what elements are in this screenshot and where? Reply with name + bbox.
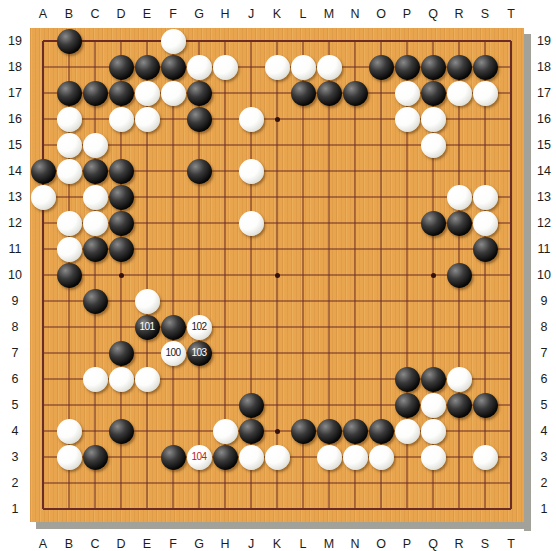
coordinate-bottom-H: H (214, 537, 236, 551)
stone-black-B10[interactable] (57, 263, 82, 288)
coordinate-right-19: 19 (533, 34, 555, 48)
stone-white-Q3[interactable] (421, 445, 446, 470)
coordinate-left-1: 1 (4, 502, 26, 516)
stone-white-A13[interactable] (31, 185, 56, 210)
coordinate-top-T: T (500, 7, 522, 21)
go-game-window: 101103102100104 AABBCCDDEEFFGGHHJJKKLLMM… (0, 0, 556, 551)
stone-white-L18[interactable] (291, 55, 316, 80)
stone-white-C12[interactable] (83, 211, 108, 236)
coordinate-bottom-L: L (292, 537, 314, 551)
stone-black-O4[interactable] (369, 419, 394, 444)
stone-black-F3[interactable] (161, 445, 186, 470)
stone-white-D16[interactable] (109, 107, 134, 132)
stone-white-E16[interactable] (135, 107, 160, 132)
stone-white-Q16[interactable] (421, 107, 446, 132)
stone-white-B3[interactable] (57, 445, 82, 470)
coordinate-left-11: 11 (4, 242, 26, 256)
stone-white-B15[interactable] (57, 133, 82, 158)
coordinate-bottom-M: M (318, 537, 340, 551)
stone-white-C6[interactable] (83, 367, 108, 392)
coordinate-right-7: 7 (533, 346, 555, 360)
stone-white-P17[interactable] (395, 81, 420, 106)
coordinate-left-16: 16 (4, 112, 26, 126)
stone-black-D4[interactable] (109, 419, 134, 444)
stone-white-J3[interactable] (239, 445, 264, 470)
stone-black-L4[interactable] (291, 419, 316, 444)
star-point (275, 117, 280, 122)
coordinate-top-D: D (110, 7, 132, 21)
stone-white-Q15[interactable] (421, 133, 446, 158)
coordinate-left-4: 4 (4, 424, 26, 438)
coordinate-right-5: 5 (533, 398, 555, 412)
stone-white-B16[interactable] (57, 107, 82, 132)
coordinate-right-2: 2 (533, 476, 555, 490)
stone-black-D17[interactable] (109, 81, 134, 106)
stone-white-E9[interactable] (135, 289, 160, 314)
stone-white-S13[interactable] (473, 185, 498, 210)
stone-black-D11[interactable] (109, 237, 134, 262)
coordinate-left-5: 5 (4, 398, 26, 412)
coordinate-top-G: G (188, 7, 210, 21)
stone-white-J16[interactable] (239, 107, 264, 132)
stone-black-S5[interactable] (473, 393, 498, 418)
stone-white-F7[interactable]: 100 (161, 341, 186, 366)
stone-white-Q4[interactable] (421, 419, 446, 444)
stone-white-O3[interactable] (369, 445, 394, 470)
coordinate-bottom-J: J (240, 537, 262, 551)
stone-black-N17[interactable] (343, 81, 368, 106)
stone-black-D12[interactable] (109, 211, 134, 236)
stone-white-Q5[interactable] (421, 393, 446, 418)
coordinate-bottom-A: A (32, 537, 54, 551)
coordinate-left-3: 3 (4, 450, 26, 464)
coordinate-left-9: 9 (4, 294, 26, 308)
coordinate-right-15: 15 (533, 138, 555, 152)
stone-black-O18[interactable] (369, 55, 394, 80)
coordinate-top-M: M (318, 7, 340, 21)
coordinate-bottom-G: G (188, 537, 210, 551)
stone-black-A14[interactable] (31, 159, 56, 184)
coordinate-right-16: 16 (533, 112, 555, 126)
coordinate-right-13: 13 (533, 190, 555, 204)
stone-black-J5[interactable] (239, 393, 264, 418)
stone-white-H4[interactable] (213, 419, 238, 444)
stone-black-J4[interactable] (239, 419, 264, 444)
stone-white-F19[interactable] (161, 29, 186, 54)
stone-black-S11[interactable] (473, 237, 498, 262)
coordinate-bottom-Q: Q (422, 537, 444, 551)
stone-white-P16[interactable] (395, 107, 420, 132)
stone-white-K18[interactable] (265, 55, 290, 80)
stone-white-B14[interactable] (57, 159, 82, 184)
move-number-label: 101 (139, 322, 154, 332)
stone-white-B12[interactable] (57, 211, 82, 236)
stone-white-C13[interactable] (83, 185, 108, 210)
coordinate-bottom-N: N (344, 537, 366, 551)
coordinate-top-O: O (370, 7, 392, 21)
coordinate-left-18: 18 (4, 60, 26, 74)
coordinate-right-1: 1 (533, 502, 555, 516)
stone-black-F18[interactable] (161, 55, 186, 80)
stone-black-P18[interactable] (395, 55, 420, 80)
stone-black-G7[interactable]: 103 (187, 341, 212, 366)
coordinate-left-15: 15 (4, 138, 26, 152)
coordinate-right-6: 6 (533, 372, 555, 386)
star-point (275, 273, 280, 278)
board-shadow-right (524, 34, 531, 531)
stone-black-D13[interactable] (109, 185, 134, 210)
stone-black-G17[interactable] (187, 81, 212, 106)
stone-white-M3[interactable] (317, 445, 342, 470)
stone-black-R18[interactable] (447, 55, 472, 80)
stone-white-S12[interactable] (473, 211, 498, 236)
move-number-label: 103 (191, 348, 206, 358)
stone-white-J14[interactable] (239, 159, 264, 184)
stone-black-D18[interactable] (109, 55, 134, 80)
coordinate-bottom-T: T (500, 537, 522, 551)
coordinate-left-7: 7 (4, 346, 26, 360)
star-point (431, 273, 436, 278)
stone-black-G16[interactable] (187, 107, 212, 132)
coordinate-top-A: A (32, 7, 54, 21)
stone-white-P4[interactable] (395, 419, 420, 444)
stone-black-Q18[interactable] (421, 55, 446, 80)
coordinate-right-12: 12 (533, 216, 555, 230)
coordinate-top-P: P (396, 7, 418, 21)
coordinate-bottom-F: F (162, 537, 184, 551)
coordinate-right-4: 4 (533, 424, 555, 438)
board-shadow-bottom (36, 522, 531, 529)
coordinate-top-L: L (292, 7, 314, 21)
stone-black-G14[interactable] (187, 159, 212, 184)
coordinate-right-17: 17 (533, 86, 555, 100)
stone-black-C14[interactable] (83, 159, 108, 184)
coordinate-left-19: 19 (4, 34, 26, 48)
stone-white-S3[interactable] (473, 445, 498, 470)
stone-black-C3[interactable] (83, 445, 108, 470)
move-number-label: 102 (191, 322, 206, 332)
stone-black-F8[interactable] (161, 315, 186, 340)
coordinate-top-R: R (448, 7, 470, 21)
coordinate-left-10: 10 (4, 268, 26, 282)
coordinate-top-E: E (136, 7, 158, 21)
stone-white-E6[interactable] (135, 367, 160, 392)
star-point (119, 273, 124, 278)
stone-black-H3[interactable] (213, 445, 238, 470)
stone-black-P5[interactable] (395, 393, 420, 418)
coordinate-bottom-S: S (474, 537, 496, 551)
go-board[interactable]: 101103102100104 (30, 28, 524, 522)
stone-white-N3[interactable] (343, 445, 368, 470)
coordinate-top-H: H (214, 7, 236, 21)
coordinate-right-11: 11 (533, 242, 555, 256)
coordinate-top-K: K (266, 7, 288, 21)
coordinate-bottom-B: B (58, 537, 80, 551)
coordinate-right-8: 8 (533, 320, 555, 334)
stone-black-C9[interactable] (83, 289, 108, 314)
stone-black-N4[interactable] (343, 419, 368, 444)
move-number-label: 104 (191, 452, 206, 462)
coordinate-right-14: 14 (533, 164, 555, 178)
stone-black-E18[interactable] (135, 55, 160, 80)
stone-white-H18[interactable] (213, 55, 238, 80)
coordinate-top-S: S (474, 7, 496, 21)
coordinate-bottom-P: P (396, 537, 418, 551)
stone-white-J12[interactable] (239, 211, 264, 236)
stone-black-B17[interactable] (57, 81, 82, 106)
stone-white-K3[interactable] (265, 445, 290, 470)
coordinate-right-18: 18 (533, 60, 555, 74)
coordinate-bottom-D: D (110, 537, 132, 551)
stone-black-M4[interactable] (317, 419, 342, 444)
coordinate-left-2: 2 (4, 476, 26, 490)
stone-white-D6[interactable] (109, 367, 134, 392)
coordinate-bottom-C: C (84, 537, 106, 551)
stone-white-G18[interactable] (187, 55, 212, 80)
coordinate-bottom-K: K (266, 537, 288, 551)
coordinate-top-Q: Q (422, 7, 444, 21)
coordinate-left-6: 6 (4, 372, 26, 386)
move-number-label: 100 (165, 348, 180, 358)
stone-white-E17[interactable] (135, 81, 160, 106)
stone-black-D14[interactable] (109, 159, 134, 184)
stone-black-Q17[interactable] (421, 81, 446, 106)
stone-black-L17[interactable] (291, 81, 316, 106)
stone-black-R12[interactable] (447, 211, 472, 236)
coordinate-top-B: B (58, 7, 80, 21)
coordinate-top-C: C (84, 7, 106, 21)
stone-black-P6[interactable] (395, 367, 420, 392)
stone-black-C17[interactable] (83, 81, 108, 106)
stone-black-D7[interactable] (109, 341, 134, 366)
stone-black-B19[interactable] (57, 29, 82, 54)
coordinate-left-8: 8 (4, 320, 26, 334)
stone-black-S18[interactable] (473, 55, 498, 80)
stone-black-Q12[interactable] (421, 211, 446, 236)
coordinate-left-12: 12 (4, 216, 26, 230)
coordinate-top-N: N (344, 7, 366, 21)
stone-white-S17[interactable] (473, 81, 498, 106)
coordinate-left-14: 14 (4, 164, 26, 178)
coordinate-bottom-O: O (370, 537, 392, 551)
stone-white-R17[interactable] (447, 81, 472, 106)
coordinate-top-J: J (240, 7, 262, 21)
coordinate-right-10: 10 (533, 268, 555, 282)
stone-white-B11[interactable] (57, 237, 82, 262)
coordinate-top-F: F (162, 7, 184, 21)
stone-black-M17[interactable] (317, 81, 342, 106)
stone-black-R10[interactable] (447, 263, 472, 288)
coordinate-right-3: 3 (533, 450, 555, 464)
stone-white-G3[interactable]: 104 (187, 445, 212, 470)
stone-black-Q6[interactable] (421, 367, 446, 392)
coordinate-left-13: 13 (4, 190, 26, 204)
stone-black-E8[interactable]: 101 (135, 315, 160, 340)
stone-white-M18[interactable] (317, 55, 342, 80)
stone-white-R6[interactable] (447, 367, 472, 392)
stone-white-C15[interactable] (83, 133, 108, 158)
stone-white-B4[interactable] (57, 419, 82, 444)
coordinate-bottom-E: E (136, 537, 158, 551)
stone-white-G8[interactable]: 102 (187, 315, 212, 340)
coordinate-bottom-R: R (448, 537, 470, 551)
stone-white-F17[interactable] (161, 81, 186, 106)
star-point (275, 429, 280, 434)
coordinate-left-17: 17 (4, 86, 26, 100)
stone-black-R5[interactable] (447, 393, 472, 418)
stone-black-C11[interactable] (83, 237, 108, 262)
coordinate-right-9: 9 (533, 294, 555, 308)
stone-white-R13[interactable] (447, 185, 472, 210)
